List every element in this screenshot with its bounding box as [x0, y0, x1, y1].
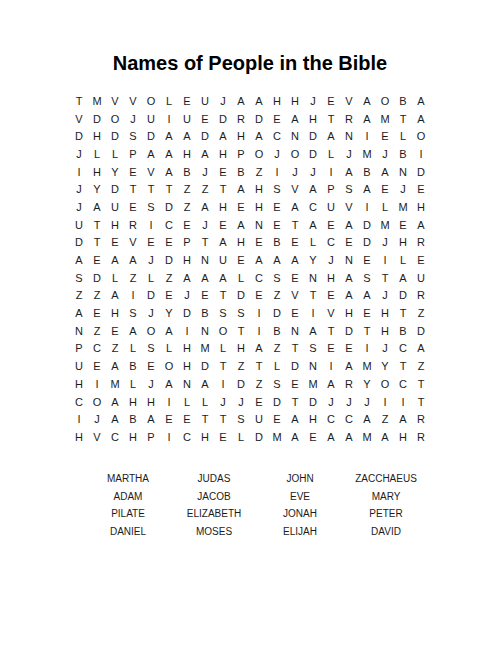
- grid-cell[interactable]: T: [70, 92, 88, 110]
- grid-cell[interactable]: A: [358, 110, 376, 128]
- grid-cell[interactable]: O: [376, 92, 394, 110]
- grid-cell[interactable]: H: [340, 304, 358, 322]
- grid-cell[interactable]: Z: [268, 340, 286, 358]
- grid-cell[interactable]: I: [160, 428, 178, 446]
- grid-cell[interactable]: E: [250, 234, 268, 252]
- grid-cell[interactable]: H: [376, 304, 394, 322]
- grid-cell[interactable]: H: [304, 410, 322, 428]
- grid-cell[interactable]: A: [88, 198, 106, 216]
- grid-cell[interactable]: M: [196, 340, 214, 358]
- grid-cell[interactable]: R: [124, 216, 142, 234]
- grid-cell[interactable]: A: [106, 393, 124, 411]
- grid-cell[interactable]: E: [412, 251, 430, 269]
- grid-cell[interactable]: A: [376, 428, 394, 446]
- grid-cell[interactable]: J: [268, 145, 286, 163]
- grid-cell[interactable]: E: [250, 393, 268, 411]
- grid-cell[interactable]: E: [340, 234, 358, 252]
- grid-cell[interactable]: L: [322, 145, 340, 163]
- grid-cell[interactable]: M: [358, 428, 376, 446]
- grid-cell[interactable]: N: [286, 322, 304, 340]
- grid-cell[interactable]: E: [88, 357, 106, 375]
- grid-cell[interactable]: D: [160, 198, 178, 216]
- grid-cell[interactable]: H: [394, 234, 412, 252]
- grid-cell[interactable]: T: [250, 357, 268, 375]
- grid-cell[interactable]: D: [88, 269, 106, 287]
- grid-cell[interactable]: Y: [106, 163, 124, 181]
- grid-cell[interactable]: D: [340, 322, 358, 340]
- grid-cell[interactable]: A: [286, 410, 304, 428]
- grid-cell[interactable]: R: [412, 234, 430, 252]
- grid-cell[interactable]: T: [88, 216, 106, 234]
- grid-cell[interactable]: T: [124, 180, 142, 198]
- grid-cell[interactable]: E: [286, 304, 304, 322]
- grid-cell[interactable]: V: [70, 110, 88, 128]
- grid-cell[interactable]: E: [196, 287, 214, 305]
- grid-cell[interactable]: T: [232, 322, 250, 340]
- grid-cell[interactable]: P: [70, 340, 88, 358]
- grid-cell[interactable]: D: [214, 110, 232, 128]
- grid-cell[interactable]: A: [160, 145, 178, 163]
- grid-cell[interactable]: O: [142, 322, 160, 340]
- grid-cell[interactable]: B: [268, 322, 286, 340]
- grid-cell[interactable]: I: [322, 357, 340, 375]
- grid-cell[interactable]: D: [196, 127, 214, 145]
- grid-cell[interactable]: I: [70, 163, 88, 181]
- grid-cell[interactable]: E: [322, 287, 340, 305]
- grid-cell[interactable]: D: [268, 393, 286, 411]
- grid-cell[interactable]: A: [70, 251, 88, 269]
- grid-cell[interactable]: N: [70, 322, 88, 340]
- grid-cell[interactable]: A: [214, 234, 232, 252]
- grid-cell[interactable]: E: [268, 110, 286, 128]
- grid-cell[interactable]: A: [250, 92, 268, 110]
- grid-cell[interactable]: J: [286, 163, 304, 181]
- grid-cell[interactable]: L: [124, 340, 142, 358]
- grid-cell[interactable]: A: [268, 251, 286, 269]
- grid-cell[interactable]: E: [214, 428, 232, 446]
- grid-cell[interactable]: L: [304, 234, 322, 252]
- grid-cell[interactable]: V: [286, 287, 304, 305]
- grid-cell[interactable]: D: [268, 304, 286, 322]
- grid-cell[interactable]: A: [124, 322, 142, 340]
- grid-cell[interactable]: O: [376, 375, 394, 393]
- grid-cell[interactable]: M: [394, 198, 412, 216]
- grid-cell[interactable]: N: [340, 251, 358, 269]
- grid-cell[interactable]: I: [412, 145, 430, 163]
- grid-cell[interactable]: Z: [178, 180, 196, 198]
- grid-cell[interactable]: A: [124, 251, 142, 269]
- grid-cell[interactable]: T: [142, 180, 160, 198]
- grid-cell[interactable]: A: [214, 127, 232, 145]
- grid-cell[interactable]: Z: [88, 322, 106, 340]
- grid-cell[interactable]: T: [358, 322, 376, 340]
- grid-cell[interactable]: I: [376, 251, 394, 269]
- grid-cell[interactable]: A: [70, 304, 88, 322]
- grid-cell[interactable]: J: [142, 304, 160, 322]
- grid-cell[interactable]: A: [340, 216, 358, 234]
- grid-cell[interactable]: E: [106, 322, 124, 340]
- grid-cell[interactable]: A: [178, 269, 196, 287]
- grid-cell[interactable]: H: [70, 375, 88, 393]
- grid-cell[interactable]: A: [250, 127, 268, 145]
- grid-cell[interactable]: T: [196, 234, 214, 252]
- grid-cell[interactable]: T: [286, 393, 304, 411]
- grid-cell[interactable]: I: [322, 163, 340, 181]
- grid-cell[interactable]: A: [358, 180, 376, 198]
- grid-cell[interactable]: Z: [250, 163, 268, 181]
- grid-cell[interactable]: O: [286, 145, 304, 163]
- grid-cell[interactable]: J: [340, 145, 358, 163]
- grid-cell[interactable]: T: [412, 375, 430, 393]
- grid-cell[interactable]: M: [376, 216, 394, 234]
- grid-cell[interactable]: T: [214, 410, 232, 428]
- grid-cell[interactable]: T: [88, 234, 106, 252]
- grid-cell[interactable]: A: [250, 251, 268, 269]
- grid-cell[interactable]: B: [394, 92, 412, 110]
- grid-cell[interactable]: P: [322, 180, 340, 198]
- grid-cell[interactable]: H: [412, 198, 430, 216]
- grid-cell[interactable]: S: [142, 198, 160, 216]
- grid-cell[interactable]: L: [178, 393, 196, 411]
- grid-cell[interactable]: A: [142, 410, 160, 428]
- grid-cell[interactable]: H: [88, 127, 106, 145]
- grid-cell[interactable]: D: [412, 322, 430, 340]
- grid-cell[interactable]: T: [394, 357, 412, 375]
- grid-cell[interactable]: C: [340, 410, 358, 428]
- grid-cell[interactable]: I: [70, 410, 88, 428]
- grid-cell[interactable]: A: [412, 216, 430, 234]
- grid-cell[interactable]: E: [394, 216, 412, 234]
- grid-cell[interactable]: A: [358, 92, 376, 110]
- grid-cell[interactable]: J: [142, 251, 160, 269]
- grid-cell[interactable]: J: [304, 92, 322, 110]
- grid-cell[interactable]: Z: [196, 180, 214, 198]
- grid-cell[interactable]: E: [340, 340, 358, 358]
- grid-cell[interactable]: I: [304, 304, 322, 322]
- grid-cell[interactable]: Z: [412, 357, 430, 375]
- grid-cell[interactable]: E: [160, 410, 178, 428]
- grid-cell[interactable]: C: [268, 127, 286, 145]
- grid-cell[interactable]: E: [106, 234, 124, 252]
- grid-cell[interactable]: E: [214, 216, 232, 234]
- grid-cell[interactable]: P: [178, 234, 196, 252]
- grid-cell[interactable]: N: [340, 127, 358, 145]
- grid-cell[interactable]: H: [250, 180, 268, 198]
- grid-cell[interactable]: J: [214, 92, 232, 110]
- grid-cell[interactable]: A: [304, 180, 322, 198]
- grid-cell[interactable]: A: [304, 322, 322, 340]
- grid-cell[interactable]: H: [124, 393, 142, 411]
- grid-cell[interactable]: E: [376, 180, 394, 198]
- grid-cell[interactable]: Y: [304, 251, 322, 269]
- grid-cell[interactable]: E: [322, 92, 340, 110]
- grid-cell[interactable]: E: [304, 428, 322, 446]
- grid-cell[interactable]: E: [250, 287, 268, 305]
- grid-cell[interactable]: D: [250, 110, 268, 128]
- grid-cell[interactable]: D: [70, 234, 88, 252]
- grid-cell[interactable]: D: [286, 357, 304, 375]
- grid-cell[interactable]: E: [214, 163, 232, 181]
- grid-cell[interactable]: H: [250, 198, 268, 216]
- grid-cell[interactable]: E: [178, 410, 196, 428]
- grid-cell[interactable]: Y: [376, 357, 394, 375]
- grid-cell[interactable]: Z: [268, 287, 286, 305]
- grid-cell[interactable]: D: [358, 234, 376, 252]
- grid-cell[interactable]: N: [394, 163, 412, 181]
- grid-cell[interactable]: M: [106, 375, 124, 393]
- grid-cell[interactable]: B: [268, 234, 286, 252]
- grid-cell[interactable]: V: [340, 198, 358, 216]
- grid-cell[interactable]: B: [232, 163, 250, 181]
- grid-cell[interactable]: A: [106, 410, 124, 428]
- grid-cell[interactable]: P: [142, 428, 160, 446]
- grid-cell[interactable]: I: [160, 393, 178, 411]
- grid-cell[interactable]: T: [322, 110, 340, 128]
- grid-cell[interactable]: A: [322, 127, 340, 145]
- grid-cell[interactable]: L: [232, 269, 250, 287]
- grid-cell[interactable]: Y: [88, 180, 106, 198]
- grid-cell[interactable]: T: [394, 304, 412, 322]
- grid-cell[interactable]: T: [286, 340, 304, 358]
- grid-cell[interactable]: N: [304, 269, 322, 287]
- grid-cell[interactable]: U: [322, 198, 340, 216]
- grid-cell[interactable]: Z: [88, 287, 106, 305]
- grid-cell[interactable]: Z: [376, 410, 394, 428]
- grid-cell[interactable]: Z: [250, 375, 268, 393]
- grid-cell[interactable]: E: [160, 287, 178, 305]
- grid-cell[interactable]: H: [232, 127, 250, 145]
- grid-cell[interactable]: D: [88, 110, 106, 128]
- grid-cell[interactable]: S: [340, 180, 358, 198]
- grid-cell[interactable]: J: [358, 393, 376, 411]
- grid-cell[interactable]: M: [358, 145, 376, 163]
- grid-cell[interactable]: J: [394, 180, 412, 198]
- grid-cell[interactable]: T: [394, 110, 412, 128]
- grid-cell[interactable]: J: [376, 145, 394, 163]
- grid-cell[interactable]: H: [394, 428, 412, 446]
- grid-cell[interactable]: L: [160, 92, 178, 110]
- grid-cell[interactable]: A: [160, 322, 178, 340]
- grid-cell[interactable]: E: [268, 216, 286, 234]
- grid-cell[interactable]: D: [232, 375, 250, 393]
- grid-cell[interactable]: N: [286, 127, 304, 145]
- grid-cell[interactable]: A: [394, 269, 412, 287]
- grid-cell[interactable]: Z: [70, 287, 88, 305]
- grid-cell[interactable]: L: [124, 375, 142, 393]
- grid-cell[interactable]: M: [358, 357, 376, 375]
- grid-cell[interactable]: N: [178, 375, 196, 393]
- grid-cell[interactable]: T: [304, 287, 322, 305]
- grid-cell[interactable]: Z: [412, 304, 430, 322]
- grid-cell[interactable]: A: [196, 198, 214, 216]
- grid-cell[interactable]: N: [196, 251, 214, 269]
- grid-cell[interactable]: A: [106, 251, 124, 269]
- grid-cell[interactable]: H: [70, 428, 88, 446]
- grid-cell[interactable]: D: [106, 127, 124, 145]
- grid-cell[interactable]: E: [178, 216, 196, 234]
- grid-cell[interactable]: T: [214, 287, 232, 305]
- grid-cell[interactable]: A: [196, 145, 214, 163]
- grid-cell[interactable]: S: [358, 269, 376, 287]
- grid-cell[interactable]: D: [142, 127, 160, 145]
- grid-cell[interactable]: J: [214, 393, 232, 411]
- grid-cell[interactable]: R: [412, 410, 430, 428]
- grid-cell[interactable]: E: [286, 269, 304, 287]
- grid-cell[interactable]: A: [376, 163, 394, 181]
- grid-cell[interactable]: A: [106, 287, 124, 305]
- grid-cell[interactable]: T: [322, 322, 340, 340]
- grid-cell[interactable]: A: [232, 180, 250, 198]
- grid-cell[interactable]: D: [304, 393, 322, 411]
- grid-cell[interactable]: A: [286, 110, 304, 128]
- grid-cell[interactable]: I: [124, 287, 142, 305]
- grid-cell[interactable]: A: [394, 410, 412, 428]
- grid-cell[interactable]: J: [124, 110, 142, 128]
- grid-cell[interactable]: E: [124, 163, 142, 181]
- grid-cell[interactable]: N: [250, 216, 268, 234]
- grid-cell[interactable]: B: [358, 163, 376, 181]
- grid-cell[interactable]: B: [124, 410, 142, 428]
- grid-cell[interactable]: L: [376, 198, 394, 216]
- grid-cell[interactable]: M: [88, 92, 106, 110]
- grid-cell[interactable]: M: [268, 428, 286, 446]
- grid-cell[interactable]: Z: [160, 269, 178, 287]
- grid-cell[interactable]: C: [178, 428, 196, 446]
- grid-cell[interactable]: E: [124, 198, 142, 216]
- grid-cell[interactable]: D: [304, 127, 322, 145]
- grid-cell[interactable]: J: [142, 375, 160, 393]
- grid-cell[interactable]: O: [214, 322, 232, 340]
- grid-cell[interactable]: I: [142, 216, 160, 234]
- grid-cell[interactable]: S: [268, 375, 286, 393]
- grid-cell[interactable]: J: [322, 393, 340, 411]
- grid-cell[interactable]: E: [268, 198, 286, 216]
- grid-cell[interactable]: E: [142, 357, 160, 375]
- grid-cell[interactable]: S: [70, 269, 88, 287]
- grid-cell[interactable]: A: [160, 163, 178, 181]
- grid-cell[interactable]: D: [250, 428, 268, 446]
- grid-cell[interactable]: Z: [124, 269, 142, 287]
- grid-cell[interactable]: S: [124, 304, 142, 322]
- grid-cell[interactable]: E: [196, 110, 214, 128]
- grid-cell[interactable]: A: [358, 410, 376, 428]
- grid-cell[interactable]: D: [232, 287, 250, 305]
- grid-cell[interactable]: C: [250, 269, 268, 287]
- grid-cell[interactable]: A: [412, 340, 430, 358]
- grid-cell[interactable]: C: [394, 340, 412, 358]
- grid-cell[interactable]: U: [106, 198, 124, 216]
- grid-cell[interactable]: Z: [232, 357, 250, 375]
- grid-cell[interactable]: J: [178, 287, 196, 305]
- grid-cell[interactable]: H: [88, 163, 106, 181]
- grid-cell[interactable]: U: [196, 92, 214, 110]
- grid-cell[interactable]: L: [88, 145, 106, 163]
- grid-cell[interactable]: A: [232, 92, 250, 110]
- grid-cell[interactable]: E: [142, 234, 160, 252]
- grid-cell[interactable]: O: [250, 145, 268, 163]
- grid-cell[interactable]: A: [358, 287, 376, 305]
- grid-cell[interactable]: H: [214, 198, 232, 216]
- grid-cell[interactable]: S: [268, 269, 286, 287]
- grid-cell[interactable]: A: [322, 428, 340, 446]
- grid-cell[interactable]: A: [286, 251, 304, 269]
- grid-cell[interactable]: R: [412, 428, 430, 446]
- grid-cell[interactable]: I: [160, 110, 178, 128]
- grid-cell[interactable]: I: [250, 304, 268, 322]
- grid-cell[interactable]: J: [196, 216, 214, 234]
- grid-cell[interactable]: B: [178, 163, 196, 181]
- grid-cell[interactable]: H: [214, 145, 232, 163]
- grid-cell[interactable]: D: [178, 304, 196, 322]
- grid-cell[interactable]: U: [250, 410, 268, 428]
- grid-cell[interactable]: E: [358, 251, 376, 269]
- grid-cell[interactable]: H: [178, 251, 196, 269]
- grid-cell[interactable]: J: [376, 287, 394, 305]
- grid-cell[interactable]: A: [250, 340, 268, 358]
- grid-cell[interactable]: P: [124, 145, 142, 163]
- grid-cell[interactable]: S: [124, 127, 142, 145]
- grid-cell[interactable]: A: [178, 127, 196, 145]
- grid-cell[interactable]: E: [232, 198, 250, 216]
- grid-cell[interactable]: C: [322, 234, 340, 252]
- grid-cell[interactable]: M: [376, 110, 394, 128]
- grid-cell[interactable]: S: [304, 340, 322, 358]
- grid-cell[interactable]: H: [178, 145, 196, 163]
- grid-cell[interactable]: L: [106, 269, 124, 287]
- grid-cell[interactable]: S: [232, 410, 250, 428]
- grid-cell[interactable]: E: [376, 127, 394, 145]
- grid-cell[interactable]: T: [214, 180, 232, 198]
- grid-cell[interactable]: J: [70, 198, 88, 216]
- grid-cell[interactable]: U: [178, 110, 196, 128]
- grid-cell[interactable]: C: [106, 428, 124, 446]
- grid-cell[interactable]: T: [376, 269, 394, 287]
- grid-cell[interactable]: I: [178, 322, 196, 340]
- grid-cell[interactable]: N: [196, 322, 214, 340]
- grid-cell[interactable]: V: [88, 428, 106, 446]
- grid-cell[interactable]: T: [286, 216, 304, 234]
- grid-cell[interactable]: E: [232, 251, 250, 269]
- grid-cell[interactable]: D: [196, 357, 214, 375]
- grid-cell[interactable]: D: [142, 287, 160, 305]
- grid-cell[interactable]: H: [304, 110, 322, 128]
- grid-cell[interactable]: O: [160, 357, 178, 375]
- grid-cell[interactable]: H: [124, 428, 142, 446]
- grid-cell[interactable]: C: [304, 198, 322, 216]
- grid-cell[interactable]: A: [286, 198, 304, 216]
- grid-cell[interactable]: U: [412, 269, 430, 287]
- grid-cell[interactable]: U: [214, 251, 232, 269]
- grid-cell[interactable]: V: [124, 234, 142, 252]
- grid-cell[interactable]: H: [106, 304, 124, 322]
- grid-cell[interactable]: U: [70, 216, 88, 234]
- grid-cell[interactable]: Z: [178, 198, 196, 216]
- grid-cell[interactable]: L: [142, 269, 160, 287]
- grid-cell[interactable]: H: [178, 357, 196, 375]
- grid-cell[interactable]: J: [376, 340, 394, 358]
- grid-cell[interactable]: S: [214, 304, 232, 322]
- grid-cell[interactable]: H: [322, 269, 340, 287]
- grid-cell[interactable]: H: [268, 92, 286, 110]
- grid-cell[interactable]: O: [106, 110, 124, 128]
- grid-cell[interactable]: L: [394, 127, 412, 145]
- grid-cell[interactable]: T: [214, 357, 232, 375]
- grid-cell[interactable]: C: [70, 393, 88, 411]
- grid-cell[interactable]: E: [358, 304, 376, 322]
- grid-cell[interactable]: A: [214, 269, 232, 287]
- grid-cell[interactable]: M: [304, 375, 322, 393]
- grid-cell[interactable]: I: [88, 375, 106, 393]
